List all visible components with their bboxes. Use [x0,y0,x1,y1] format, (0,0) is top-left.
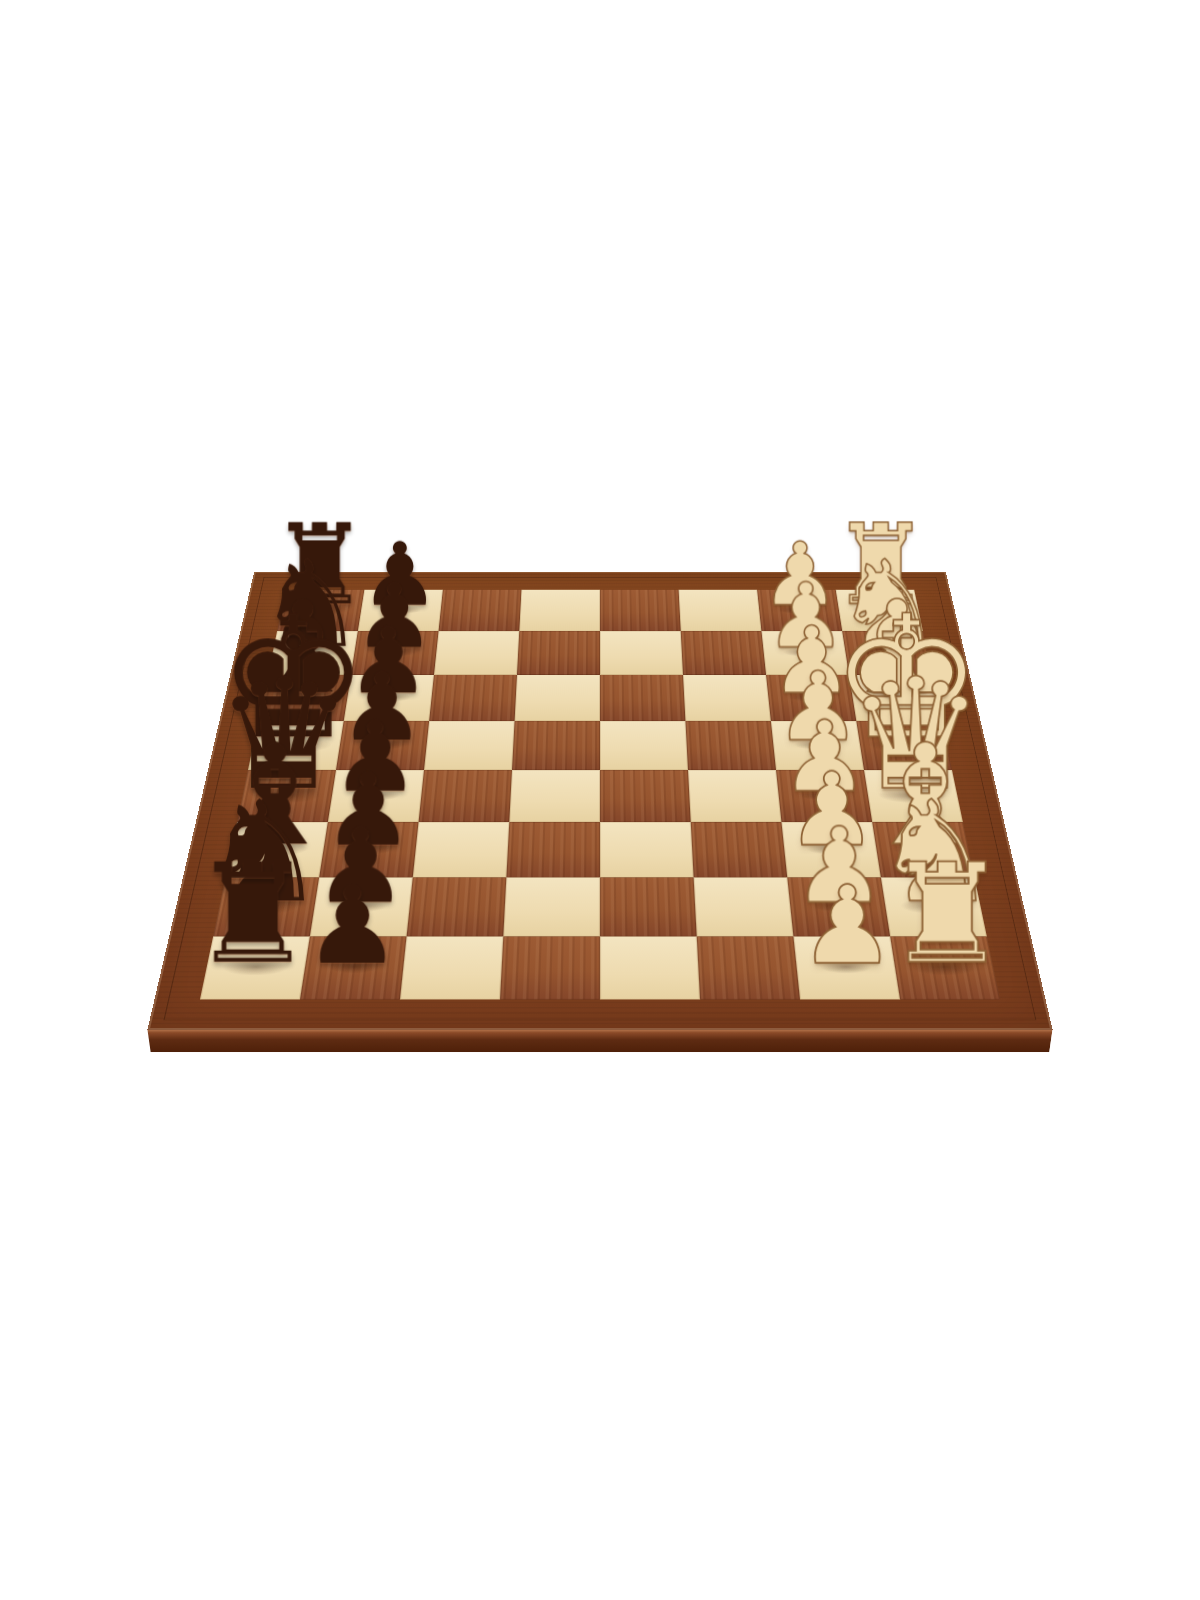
product-photo: ♜♟♟♜♞♟♟♞♝♟♟♝♚♟♟♚♛♟♟♛♝♟♟♝♞♟♟♞♜♟♟♜ [0,0,1200,1600]
square-g3 [681,631,766,675]
rook-glyph: ♜ [846,846,1049,983]
square-g5 [517,631,600,675]
board-edge [147,1030,1052,1053]
square-h8 [277,590,364,631]
chess-board: ♜♟♟♜♞♟♟♞♝♟♟♝♚♟♟♚♛♟♟♛♝♟♟♝♞♟♟♞♜♟♟♜ [147,572,1052,1030]
square-g4 [600,631,683,675]
square-h4 [600,590,681,631]
square-f4 [600,675,685,721]
square-h6 [439,590,522,631]
square-f5 [515,675,600,721]
square-h3 [679,590,762,631]
square-h1 [836,590,923,631]
chess-scene: ♜♟♟♜♞♟♟♞♝♟♟♝♚♟♟♚♛♟♟♛♝♟♟♝♞♟♟♞♜♟♟♜ [0,0,1200,1600]
square-h2 [757,590,842,631]
square-e5 [512,721,600,770]
square-h7 [358,590,443,631]
rook-glyph: ♜ [151,846,354,983]
board-surface: ♜♟♟♜♞♟♟♞♝♟♟♝♚♟♟♚♛♟♟♛♝♟♟♝♞♟♟♞♜♟♟♜ [147,572,1052,1030]
square-h5 [519,590,600,631]
square-e4 [600,721,688,770]
square-g6 [434,631,519,675]
